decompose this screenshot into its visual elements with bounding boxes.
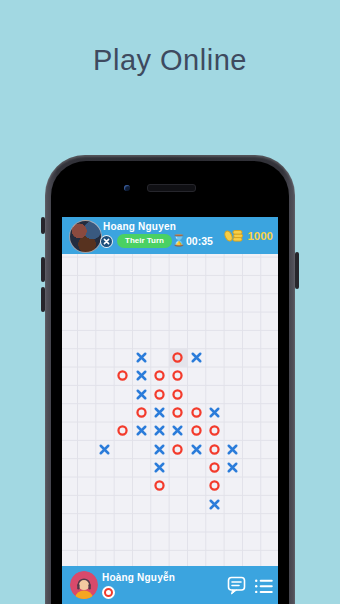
move-timer: 00:35 xyxy=(186,235,213,247)
opponent-name: Hoang Nguyen xyxy=(103,221,176,232)
piece-x xyxy=(205,495,223,513)
piece-o xyxy=(205,422,223,440)
piece-o xyxy=(150,367,168,385)
hourglass-icon: ⌛ xyxy=(172,234,186,247)
earpiece-speaker xyxy=(147,184,196,192)
piece-x xyxy=(187,348,205,366)
piece-x xyxy=(224,458,242,476)
piece-x xyxy=(132,385,150,403)
move-list-button[interactable] xyxy=(254,578,274,598)
piece-o xyxy=(205,458,223,476)
player-name: Hoàng Nguyễn xyxy=(102,572,175,583)
piece-x xyxy=(95,440,113,458)
piece-o xyxy=(169,348,187,366)
piece-x xyxy=(150,458,168,476)
piece-x xyxy=(187,440,205,458)
chat-button[interactable] xyxy=(227,576,247,596)
piece-o xyxy=(205,440,223,458)
piece-x xyxy=(132,422,150,440)
piece-x xyxy=(205,403,223,421)
piece-x xyxy=(132,367,150,385)
piece-x xyxy=(224,440,242,458)
piece-x xyxy=(150,440,168,458)
piece-x xyxy=(132,348,150,366)
player-avatar xyxy=(70,571,98,599)
coin-amount: 1000 xyxy=(247,230,273,242)
piece-o xyxy=(114,422,132,440)
piece-o xyxy=(169,403,187,421)
piece-o xyxy=(187,403,205,421)
o-piece-badge-icon xyxy=(102,586,115,599)
coins-icon xyxy=(223,227,244,244)
game-board[interactable] xyxy=(62,254,278,566)
piece-o xyxy=(169,367,187,385)
opponent-bar: Hoang Nguyen Their Turn ⌛ 00:35 xyxy=(62,217,278,254)
screenshot-stage: Play Online Hoang Nguyen Their Turn ⌛ 00… xyxy=(0,0,340,604)
x-piece-badge-icon xyxy=(100,235,113,248)
front-camera-icon xyxy=(124,185,130,191)
piece-x xyxy=(169,422,187,440)
piece-o xyxy=(150,385,168,403)
piece-o xyxy=(187,422,205,440)
piece-o xyxy=(169,385,187,403)
coin-balance: 1000 xyxy=(223,227,273,244)
piece-o xyxy=(205,477,223,495)
turn-indicator-badge: Their Turn xyxy=(117,234,172,248)
piece-o xyxy=(150,477,168,495)
power-button xyxy=(295,252,299,289)
phone-mockup: Hoang Nguyen Their Turn ⌛ 00:35 xyxy=(45,155,295,604)
piece-o xyxy=(114,367,132,385)
piece-x xyxy=(150,403,168,421)
player-bar: Hoàng Nguyễn xyxy=(62,566,278,604)
page-title: Play Online xyxy=(0,44,340,77)
piece-o xyxy=(132,403,150,421)
opponent-avatar xyxy=(69,220,102,253)
piece-o xyxy=(169,440,187,458)
piece-x xyxy=(150,422,168,440)
game-screen: Hoang Nguyen Their Turn ⌛ 00:35 xyxy=(62,217,278,604)
